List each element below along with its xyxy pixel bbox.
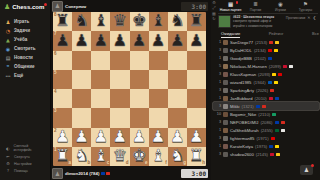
flag-icon bbox=[269, 97, 273, 100]
square-b3[interactable] bbox=[72, 108, 91, 127]
file-label: c bbox=[107, 161, 110, 166]
seek-tab-Ожидание[interactable]: Ожидание bbox=[221, 31, 240, 38]
time-control: 3 bbox=[215, 104, 221, 108]
square-b7[interactable]: ♟ bbox=[72, 31, 91, 50]
player-avatar bbox=[223, 96, 228, 101]
player-name: JanBubbard bbox=[230, 96, 253, 101]
rank-label: 5 bbox=[54, 71, 57, 76]
panel-tabs: ▦Новая партия≣Партии◉Игроки⚑Турниры bbox=[218, 0, 318, 14]
sidebar-item-label: Новости bbox=[14, 55, 33, 60]
piece-white-pawn[interactable]: ♟ bbox=[132, 129, 147, 146]
square-e4[interactable] bbox=[130, 89, 149, 108]
square-e5[interactable] bbox=[130, 70, 149, 89]
event-banner[interactable]: #622 · Шахматная лекция смотрите прямой … bbox=[218, 15, 318, 29]
square-f4[interactable] bbox=[149, 89, 168, 108]
seek-tab-Все[interactable]: Все bbox=[312, 31, 319, 38]
flag-icon bbox=[283, 65, 287, 68]
sidebar: ♟ Chess.com ♟Играть◔Задачи▲Учёба◉Смотрет… bbox=[0, 0, 51, 180]
time-control: 10 bbox=[215, 112, 221, 116]
chess-board: 8♜♞♝♛♚♝♞♜7♟♟♟♟♟♟♟♟65432♟♟♟♟♟♟♟♟1a♜b♞c♝d♛… bbox=[53, 12, 206, 166]
sidebar-item-Учёба[interactable]: ▲Учёба bbox=[0, 35, 50, 44]
sidebar-item-Смотреть[interactable]: ◉Смотреть bbox=[0, 44, 50, 53]
seek-row[interactable]: 3ByDaHODL (2134) bbox=[213, 46, 319, 54]
time-control: 5 bbox=[215, 64, 221, 68]
square-g6[interactable] bbox=[168, 51, 187, 70]
player-rating: (2153) bbox=[255, 40, 267, 45]
challenge-pawn-icon: ♟ bbox=[304, 167, 309, 173]
player-rating: (1975) bbox=[255, 144, 267, 149]
close-icon[interactable]: ✕ bbox=[307, 15, 310, 20]
square-b1[interactable]: b♞ bbox=[72, 147, 91, 166]
learn-icon: ▲ bbox=[5, 37, 11, 43]
square-f8[interactable]: ♝ bbox=[149, 12, 168, 31]
file-label: e bbox=[145, 161, 148, 166]
player-name: KlausKapman bbox=[230, 72, 256, 77]
flag-icon bbox=[274, 49, 278, 52]
seek-row[interactable]: 1GoodjeBBB (2102) bbox=[213, 54, 319, 62]
square-h3[interactable] bbox=[187, 108, 206, 127]
square-c3[interactable] bbox=[91, 108, 110, 127]
seek-row[interactable]: 3KlausKapman (2093) bbox=[213, 70, 319, 78]
tab-Турниры[interactable]: ⚑Турниры bbox=[293, 0, 318, 13]
player-rating: (1971) bbox=[256, 136, 268, 141]
player-rating: (2010) bbox=[255, 96, 267, 101]
top-player-name[interactable]: Соперник bbox=[65, 4, 86, 9]
flag-icon bbox=[269, 145, 273, 148]
sidebar-item-Светлый интерфейс[interactable]: ◐Светлый интерфейс bbox=[0, 143, 50, 153]
bottom-player-flags bbox=[101, 172, 110, 175]
player-name: shadow2600 bbox=[230, 152, 254, 157]
player-rating: (2455) bbox=[261, 128, 273, 133]
player-avatar bbox=[223, 152, 228, 157]
piece-black-rook[interactable]: ♜ bbox=[189, 13, 204, 30]
sidebar-item-Ещё[interactable]: ⋯Ещё bbox=[0, 71, 50, 80]
collapse-panel-icon[interactable]: ❮ bbox=[313, 15, 316, 20]
square-e1[interactable]: e♚ bbox=[130, 147, 149, 166]
piece-black-bishop[interactable]: ♝ bbox=[151, 13, 166, 30]
player-name: Mikki bbox=[230, 104, 240, 109]
sidebar-item-label: Смотреть bbox=[14, 46, 36, 51]
square-g7[interactable]: ♟ bbox=[168, 31, 187, 50]
sidebar-item-Настройки[interactable]: ⚙Настройки bbox=[0, 160, 50, 167]
player-rating: (1944) bbox=[253, 80, 265, 85]
time-control: 3 bbox=[215, 88, 221, 92]
player-rating: (2134) bbox=[254, 48, 266, 53]
player-rating: (2026) bbox=[256, 88, 268, 93]
square-b6[interactable] bbox=[72, 51, 91, 70]
banner-title: #622 · Шахматная лекция bbox=[233, 15, 274, 19]
square-f3[interactable] bbox=[149, 108, 168, 127]
top-player-bar: ♟ Соперник 3:00 bbox=[52, 1, 208, 11]
sidebar-item-Новости[interactable]: ▤Новости bbox=[0, 53, 50, 62]
square-c4[interactable] bbox=[91, 89, 110, 108]
challenge-notification-dot bbox=[311, 164, 314, 167]
tab-Партии[interactable]: ≣Партии bbox=[243, 0, 268, 13]
watch-icon: ◉ bbox=[5, 46, 11, 52]
banner-line2: смотрите прямой эфир и bbox=[233, 19, 271, 23]
opponents-label: Противники bbox=[286, 16, 306, 20]
tab-Новая партия[interactable]: ▦Новая партия bbox=[218, 0, 243, 13]
sidebar-item-label: Задачи bbox=[14, 28, 30, 33]
player-avatar bbox=[223, 144, 228, 149]
social-icon: ❞ bbox=[5, 64, 11, 70]
flag-icon bbox=[268, 81, 272, 84]
theme-icon: ◐ bbox=[5, 146, 11, 151]
tab-icon: ▦ bbox=[228, 2, 233, 8]
square-f6[interactable] bbox=[149, 51, 168, 70]
news-icon: ▤ bbox=[5, 55, 11, 61]
top-player-clock: 3:00 bbox=[181, 2, 208, 11]
player-avatar bbox=[223, 88, 228, 93]
settings-icon: ⚙ bbox=[5, 161, 11, 166]
player-avatar bbox=[223, 128, 228, 133]
rank-label: 1 bbox=[54, 148, 57, 153]
bottom-player-avatar[interactable]: ♟ bbox=[52, 168, 63, 179]
square-e8[interactable]: ♚ bbox=[130, 12, 149, 31]
seek-row[interactable]: 3fighterman85 (1971) bbox=[213, 134, 319, 142]
square-g5[interactable] bbox=[168, 70, 187, 89]
player-avatar bbox=[223, 136, 228, 141]
more-icon: ⋯ bbox=[5, 73, 11, 79]
piece-white-pawn[interactable]: ♟ bbox=[189, 129, 204, 146]
piece-white-bishop[interactable]: ♝ bbox=[151, 148, 166, 165]
seek-row[interactable]: 1wizard1985 (1944) bbox=[213, 78, 319, 86]
square-a7[interactable]: 7♟ bbox=[53, 31, 72, 50]
tab-label: Турниры bbox=[299, 8, 313, 12]
sidebar-item-Играть[interactable]: ♟Играть bbox=[0, 17, 50, 26]
square-g8[interactable]: ♞ bbox=[168, 12, 187, 31]
piece-white-pawn[interactable]: ♟ bbox=[93, 129, 108, 146]
tab-notification-dot bbox=[236, 1, 239, 4]
seek-tab-Рейтинг[interactable]: Рейтинг bbox=[269, 31, 284, 38]
bottom-player-name[interactable]: dimon2014 (784) bbox=[65, 171, 99, 176]
player-avatar bbox=[223, 112, 228, 117]
sidebar-item-label: Общение bbox=[14, 64, 35, 69]
player-rating: (2093) bbox=[258, 72, 270, 77]
flag-icon bbox=[272, 113, 276, 116]
flag-icon bbox=[275, 41, 279, 44]
time-control: 3 bbox=[215, 48, 221, 52]
piece-black-bishop[interactable]: ♝ bbox=[93, 13, 108, 30]
file-label: a bbox=[69, 161, 72, 166]
player-name: Nikolaus-M-Hansen bbox=[230, 64, 267, 69]
flag-icon bbox=[106, 172, 110, 175]
rank-label: 7 bbox=[54, 32, 57, 37]
flag-icon bbox=[274, 81, 278, 84]
seek-row[interactable]: 3SparkingArty (2026) bbox=[213, 86, 319, 94]
piece-black-pawn[interactable]: ♟ bbox=[93, 33, 108, 50]
tab-label: Игроки bbox=[275, 8, 286, 12]
square-d5[interactable] bbox=[110, 70, 129, 89]
square-e2[interactable]: ♟ bbox=[130, 128, 149, 147]
flag-icon bbox=[256, 105, 260, 108]
seek-row[interactable]: 3shadow2600 (2145) bbox=[213, 150, 319, 158]
piece-black-king[interactable]: ♚ bbox=[132, 13, 147, 30]
square-f1[interactable]: f♝ bbox=[149, 147, 168, 166]
banner-line3: играйте с комментатором bbox=[233, 24, 272, 28]
flag-icon bbox=[271, 137, 275, 140]
logo-text: Chess.com bbox=[12, 4, 44, 10]
challenge-button[interactable]: ♟ bbox=[300, 165, 313, 175]
player-avatar bbox=[223, 64, 228, 69]
tab-label: Новая партия bbox=[220, 8, 242, 12]
flag-icon bbox=[281, 121, 285, 124]
square-f2[interactable]: ♟ bbox=[149, 128, 168, 147]
square-b5[interactable] bbox=[72, 70, 91, 89]
sidebar-item-label: Помощь bbox=[14, 169, 28, 173]
sidebar-item-label: Ещё bbox=[14, 73, 23, 78]
flag-icon bbox=[272, 73, 276, 76]
board-tools-strip: ⚙⤢▦↻ bbox=[211, 1, 217, 22]
tab-icon: ⚑ bbox=[303, 2, 308, 8]
help-icon: ? bbox=[5, 168, 11, 173]
player-name: GoodjeBBB bbox=[230, 56, 252, 61]
flag-icon bbox=[268, 49, 272, 52]
player-name: NEPOBEDIMIJ bbox=[230, 120, 258, 125]
seek-row[interactable]: 1CalSheikMurah (2455) bbox=[213, 126, 319, 134]
time-control: 3 bbox=[215, 72, 221, 76]
piece-white-pawn[interactable]: ♟ bbox=[74, 129, 89, 146]
square-c2[interactable]: ♟ bbox=[91, 128, 110, 147]
player-rating: (1321) bbox=[242, 104, 254, 109]
seek-row[interactable]: 3NEPOBEDIMIJ (2086) bbox=[213, 118, 319, 126]
square-d3[interactable] bbox=[110, 108, 129, 127]
logo-pawn-icon: ♟ bbox=[4, 3, 10, 11]
square-d1[interactable]: d♛ bbox=[110, 147, 129, 166]
collapse-icon: ⇤ bbox=[5, 154, 11, 159]
square-c5[interactable] bbox=[91, 70, 110, 89]
square-a2[interactable]: 2♟ bbox=[53, 128, 72, 147]
square-a8[interactable]: 8♜ bbox=[53, 12, 72, 31]
flag-icon bbox=[270, 153, 274, 156]
player-avatar bbox=[223, 104, 228, 109]
seek-row[interactable]: 10Bogomir_Nike (2110) bbox=[213, 110, 319, 118]
square-h4[interactable] bbox=[187, 89, 206, 108]
square-h8[interactable]: ♜ bbox=[187, 12, 206, 31]
square-b8[interactable]: ♞ bbox=[72, 12, 91, 31]
player-avatar bbox=[223, 120, 228, 125]
seek-row[interactable]: 1SanDiego77 (2153) bbox=[213, 38, 319, 46]
time-control: 1 bbox=[215, 144, 221, 148]
piece-white-pawn[interactable]: ♟ bbox=[170, 129, 185, 146]
sidebar-items: ♟Играть◔Задачи▲Учёба◉Смотреть▤Новости❞Об… bbox=[0, 17, 50, 80]
flag-icon bbox=[278, 73, 282, 76]
piece-black-knight[interactable]: ♞ bbox=[74, 13, 89, 30]
piece-black-pawn[interactable]: ♟ bbox=[132, 33, 147, 50]
square-h1[interactable]: h♜ bbox=[187, 147, 206, 166]
refresh-icon[interactable]: ↻ bbox=[212, 17, 215, 21]
square-a1[interactable]: 1a♜ bbox=[53, 147, 72, 166]
square-c7[interactable]: ♟ bbox=[91, 31, 110, 50]
piece-black-pawn[interactable]: ♟ bbox=[113, 33, 128, 50]
seek-list: 1SanDiego77 (2153)3ByDaHODL (2134)1Goodj… bbox=[213, 38, 319, 158]
sidebar-item-label: Учёба bbox=[14, 37, 27, 42]
opponents-header: Противники ✕❮ bbox=[286, 15, 318, 20]
player-rating: (2086) bbox=[260, 120, 272, 125]
flag-icon bbox=[276, 153, 280, 156]
sidebar-item-label: Играть bbox=[14, 19, 29, 24]
piece-white-pawn[interactable]: ♟ bbox=[55, 129, 70, 146]
piece-black-pawn[interactable]: ♟ bbox=[189, 33, 204, 50]
tab-icon: ◉ bbox=[278, 2, 283, 8]
square-g2[interactable]: ♟ bbox=[168, 128, 187, 147]
banner-thumbnail bbox=[218, 15, 231, 28]
piece-black-pawn[interactable]: ♟ bbox=[55, 33, 70, 50]
rank-label: 2 bbox=[54, 129, 57, 134]
player-rating: (2110) bbox=[258, 112, 270, 117]
player-name: KarateKotya bbox=[230, 144, 253, 149]
square-e3[interactable] bbox=[130, 108, 149, 127]
square-a5[interactable]: 5 bbox=[53, 70, 72, 89]
seek-list-tabs: ОжиданиеРейтингВсе bbox=[218, 31, 320, 38]
player-rating: (2145) bbox=[256, 152, 268, 157]
time-control: 1 bbox=[215, 128, 221, 132]
file-label: f bbox=[165, 161, 167, 166]
square-g3[interactable] bbox=[168, 108, 187, 127]
sidebar-item-label: Светлый интерфейс bbox=[14, 144, 45, 152]
player-rating: (2099) bbox=[269, 64, 281, 69]
player-avatar bbox=[223, 40, 228, 45]
seek-row[interactable]: 1KarateKotya (1975) bbox=[213, 142, 319, 150]
flag-icon bbox=[275, 145, 279, 148]
player-avatar bbox=[223, 48, 228, 53]
time-control: 3 bbox=[215, 136, 221, 140]
rank-label: 8 bbox=[54, 13, 57, 18]
time-control: 3 bbox=[215, 120, 221, 124]
square-d2[interactable]: ♟ bbox=[110, 128, 129, 147]
square-g1[interactable]: g♞ bbox=[168, 147, 187, 166]
player-name: ByDaHODL bbox=[230, 48, 252, 53]
square-d6[interactable] bbox=[110, 51, 129, 70]
square-e6[interactable] bbox=[130, 51, 149, 70]
bottom-player-clock: 3:00 bbox=[181, 169, 208, 178]
flag-icon bbox=[275, 97, 279, 100]
square-c6[interactable] bbox=[91, 51, 110, 70]
puzzles-icon: ◔ bbox=[5, 28, 11, 34]
chesscom-logo[interactable]: ♟ Chess.com bbox=[0, 0, 50, 13]
piece-black-pawn[interactable]: ♟ bbox=[151, 33, 166, 50]
square-f5[interactable] bbox=[149, 70, 168, 89]
sidebar-item-Задачи[interactable]: ◔Задачи bbox=[0, 26, 50, 35]
player-name: Bogomir_Nike bbox=[230, 112, 256, 117]
piece-black-knight[interactable]: ♞ bbox=[170, 13, 185, 30]
square-a4[interactable]: 4 bbox=[53, 89, 72, 108]
sidebar-item-label: Свернуть bbox=[14, 155, 30, 159]
tab-Игроки[interactable]: ◉Игроки bbox=[268, 0, 293, 13]
player-name: SanDiego77 bbox=[230, 40, 253, 45]
square-d4[interactable] bbox=[110, 89, 129, 108]
square-c1[interactable]: c♝ bbox=[91, 147, 110, 166]
player-avatar bbox=[223, 80, 228, 85]
rank-label: 6 bbox=[54, 52, 57, 57]
player-rating: (2102) bbox=[254, 56, 266, 61]
player-avatar bbox=[223, 72, 228, 77]
sidebar-item-Помощь[interactable]: ?Помощь bbox=[0, 167, 50, 174]
file-label: b bbox=[88, 161, 91, 166]
square-h7[interactable]: ♟ bbox=[187, 31, 206, 50]
piece-white-pawn[interactable]: ♟ bbox=[113, 129, 128, 146]
player-name: SparkingArty bbox=[230, 88, 254, 93]
square-e7[interactable]: ♟ bbox=[130, 31, 149, 50]
player-name: fighterman85 bbox=[230, 136, 254, 141]
file-label: h bbox=[202, 161, 205, 166]
square-a3[interactable]: 3 bbox=[53, 108, 72, 127]
square-d7[interactable]: ♟ bbox=[110, 31, 129, 50]
square-f7[interactable]: ♟ bbox=[149, 31, 168, 50]
right-panel: ⚙⤢▦↻ ▦Новая партия≣Партии◉Игроки⚑Турниры… bbox=[211, 0, 320, 180]
sidebar-footer: ◐Светлый интерфейс⇤Свернуть⚙Настройки?По… bbox=[0, 143, 50, 174]
piece-white-pawn[interactable]: ♟ bbox=[151, 129, 166, 146]
notification-dot bbox=[44, 3, 47, 6]
piece-black-pawn[interactable]: ♟ bbox=[74, 33, 89, 50]
flag-icon bbox=[268, 57, 272, 60]
top-player-avatar[interactable]: ♟ bbox=[52, 1, 63, 12]
time-control: 1 bbox=[215, 96, 221, 100]
time-control: 1 bbox=[215, 40, 221, 44]
time-control: 1 bbox=[215, 56, 221, 60]
piece-black-rook[interactable]: ♜ bbox=[55, 13, 70, 30]
banner-text: #622 · Шахматная лекция смотрите прямой … bbox=[233, 15, 274, 28]
file-label: g bbox=[183, 161, 186, 166]
rank-label: 4 bbox=[54, 90, 57, 95]
square-h2[interactable]: ♟ bbox=[187, 128, 206, 147]
sidebar-item-Свернуть[interactable]: ⇤Свернуть bbox=[0, 153, 50, 160]
tab-label: Партии bbox=[250, 8, 261, 12]
flag-icon bbox=[275, 129, 279, 132]
time-control: 1 bbox=[215, 80, 221, 84]
sidebar-item-Общение[interactable]: ❞Общение bbox=[0, 62, 50, 71]
tab-icon: ≣ bbox=[253, 2, 258, 8]
square-b2[interactable]: ♟ bbox=[72, 128, 91, 147]
flag-icon bbox=[289, 65, 293, 68]
square-a6[interactable]: 6 bbox=[53, 51, 72, 70]
flag-icon bbox=[275, 121, 279, 124]
flag-icon bbox=[262, 105, 266, 108]
square-d8[interactable]: ♛ bbox=[110, 12, 129, 31]
flag-icon bbox=[269, 41, 273, 44]
piece-black-pawn[interactable]: ♟ bbox=[170, 33, 185, 50]
square-b4[interactable] bbox=[72, 89, 91, 108]
square-h6[interactable] bbox=[187, 51, 206, 70]
player-avatar bbox=[223, 56, 228, 61]
file-label: d bbox=[126, 161, 129, 166]
seek-row[interactable]: 1JanBubbard (2010) bbox=[213, 94, 319, 102]
seek-row[interactable]: 3Mikki (1321) bbox=[213, 102, 319, 110]
flag-icon bbox=[270, 89, 274, 92]
rank-label: 3 bbox=[54, 109, 57, 114]
player-name: wizard1985 bbox=[230, 80, 251, 85]
play-pawn-icon: ♟ bbox=[5, 19, 11, 25]
flag-icon bbox=[101, 172, 105, 175]
piece-black-queen[interactable]: ♛ bbox=[113, 13, 128, 30]
sidebar-item-label: Настройки bbox=[14, 162, 32, 166]
square-g4[interactable] bbox=[168, 89, 187, 108]
time-control: 3 bbox=[215, 152, 221, 156]
flag-icon bbox=[281, 129, 285, 132]
player-name: CalSheikMurah bbox=[230, 128, 259, 133]
seek-row[interactable]: 5Nikolaus-M-Hansen (2099) bbox=[213, 62, 319, 70]
bottom-player-bar: ♟ dimon2014 (784) 3:00 bbox=[52, 168, 208, 179]
square-c8[interactable]: ♝ bbox=[91, 12, 110, 31]
square-h5[interactable] bbox=[187, 70, 206, 89]
